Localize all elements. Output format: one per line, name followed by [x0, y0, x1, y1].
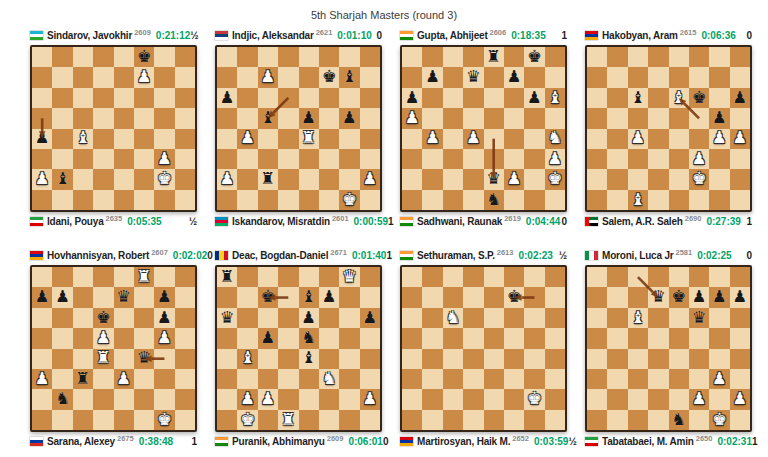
board-square [443, 169, 463, 189]
player-clock: 0:01:40 [352, 250, 386, 261]
chess-board[interactable]: ♚♟♟♝♟♟♝♚ [30, 45, 197, 212]
board-square [217, 349, 237, 369]
board-square: ♜ [73, 369, 93, 389]
bottom-player-row: Martirosyan, Haik M. 2652 0:03:59 ½ [400, 432, 568, 451]
board-square [114, 108, 134, 128]
board-square [175, 169, 195, 189]
board-square [32, 190, 52, 210]
board-square [524, 149, 544, 169]
board-square: ♟ [154, 149, 174, 169]
page-title: 5th Sharjah Masters (round 3) [0, 0, 768, 26]
board-square: ♟ [504, 169, 524, 189]
board-squares: ♝♝♚♟♟♟♟♟♟♚♝ [587, 47, 750, 210]
board-square [443, 88, 463, 108]
board-square [73, 190, 93, 210]
board-squares: ♜♚♟♛♟♟♟♝♟♟♟♞♟♛♟♚♞ [402, 47, 565, 210]
board-square [587, 149, 607, 169]
game-card[interactable]: Deac, Bogdan-Daniel 2671 0:01:40 1 ♜♛♚♝♟… [215, 246, 383, 451]
country-flag [30, 251, 43, 260]
flag-stripe [585, 443, 598, 446]
black-piece: ♚ [261, 289, 276, 306]
board-square [669, 349, 689, 369]
player-clock: 0:06:36 [701, 30, 735, 41]
board-square [587, 190, 607, 210]
board-square [504, 349, 524, 369]
board-square [402, 328, 422, 348]
black-piece: ♟ [342, 110, 357, 127]
black-piece: ♞ [301, 330, 316, 347]
board-square [32, 328, 52, 348]
white-piece: ♚ [157, 412, 172, 429]
board-square [607, 108, 627, 128]
board-square [93, 88, 113, 108]
player-name: Hakobyan, Aram [602, 30, 678, 41]
board-square [114, 129, 134, 149]
board-square [175, 410, 195, 430]
chess-board[interactable]: ♜♟♟♛♟♚♟♟♟♜♛♟♜♟♞♚ [30, 265, 197, 432]
board-square: ♞ [484, 190, 504, 210]
board-square [319, 389, 339, 409]
board-square [524, 308, 544, 328]
board-square [73, 410, 93, 430]
board-square [237, 47, 257, 67]
board-square [258, 308, 278, 328]
board-square: ♟ [52, 287, 72, 307]
board-square: ♜ [217, 267, 237, 287]
board-square [689, 267, 709, 287]
board-square: ♟ [258, 389, 278, 409]
white-piece: ♜ [96, 350, 111, 367]
board-square [504, 410, 524, 430]
player-rating: 2635 [106, 214, 123, 223]
board-square [360, 328, 380, 348]
board-square [607, 67, 627, 87]
player-name: Hovhannisyan, Robert [47, 250, 149, 261]
board-square [402, 149, 422, 169]
board-square [422, 108, 442, 128]
board-square [52, 149, 72, 169]
board-square [524, 67, 544, 87]
player-score: 1 [561, 30, 568, 41]
board-square: ♜ [258, 169, 278, 189]
board-square: ♞ [545, 129, 565, 149]
board-square [134, 389, 154, 409]
chess-board[interactable]: ♚♞♚ [400, 265, 567, 432]
top-player-row: Hovhannisyan, Robert 2607 0:02:02 0 [30, 246, 198, 265]
board-square [484, 308, 504, 328]
board-square [504, 369, 524, 389]
board-square [217, 129, 237, 149]
white-piece: ♟ [466, 130, 481, 147]
board-square [422, 149, 442, 169]
board-square [32, 88, 52, 108]
board-square [484, 410, 504, 430]
board-square [134, 108, 154, 128]
board-square [402, 349, 422, 369]
country-flag [585, 437, 598, 446]
board-square: ♚ [545, 169, 565, 189]
board-square [319, 328, 339, 348]
board-square: ♟ [709, 287, 729, 307]
board-square: ♟ [339, 108, 359, 128]
board-square: ♚ [689, 169, 709, 189]
board-square [607, 129, 627, 149]
player-clock: 0:03:59 [534, 436, 568, 447]
board-square: ♝ [237, 349, 257, 369]
player-clock: 0:05:35 [127, 216, 161, 227]
player-clock: 0:02:02 [173, 250, 207, 261]
board-square [237, 190, 257, 210]
board-square [648, 328, 668, 348]
top-player-row: Moroni, Luca Jr 2581 0:02:25 0 [585, 246, 753, 265]
white-piece: ♝ [631, 192, 646, 209]
board-square [299, 149, 319, 169]
board-square [669, 389, 689, 409]
board-square [443, 389, 463, 409]
white-piece: ♞ [322, 371, 337, 388]
country-flag [215, 31, 228, 40]
game-card[interactable]: Hakobyan, Aram 2615 0:06:36 0 ♝♝♚♟♟♟♟♟♟♚… [585, 26, 753, 231]
black-piece: ♚ [137, 49, 152, 66]
player-name: Puranik, Abhimanyu [232, 436, 325, 447]
board-square [730, 267, 750, 287]
board-square [52, 369, 72, 389]
board-square [93, 369, 113, 389]
board-square [93, 169, 113, 189]
board-square: ♛ [339, 267, 359, 287]
board-square [217, 369, 237, 389]
board-square [484, 108, 504, 128]
player-name: Indjic, Aleksandar [232, 30, 314, 41]
board-square [463, 47, 483, 67]
board-square [587, 287, 607, 307]
board-square [587, 410, 607, 430]
player-clock: 0:38:48 [139, 436, 173, 447]
country-flag [30, 437, 43, 446]
board-square [175, 67, 195, 87]
board-square: ♝ [73, 129, 93, 149]
board-square [689, 410, 709, 430]
white-piece: ♟ [116, 371, 131, 388]
player-score: ½ [559, 250, 568, 261]
board-square [339, 410, 359, 430]
board-square [709, 67, 729, 87]
board-square: ♟ [463, 129, 483, 149]
board-square: ♞ [669, 410, 689, 430]
board-square [607, 169, 627, 189]
board-square: ♚ [689, 88, 709, 108]
board-square: ♟ [360, 169, 380, 189]
board-square [463, 349, 483, 369]
board-square [607, 369, 627, 389]
board-square: ♟ [32, 369, 52, 389]
board-square [689, 108, 709, 128]
board-square [504, 328, 524, 348]
board-square [422, 308, 442, 328]
board-square: ♟ [524, 88, 544, 108]
board-square [360, 190, 380, 210]
board-squares: ♛♚♟♟♟♝♛♟♟♟♞♚ [587, 267, 750, 430]
board-square [73, 88, 93, 108]
board-square [319, 349, 339, 369]
board-square: ♟ [730, 389, 750, 409]
board-square [524, 267, 544, 287]
board-square [319, 169, 339, 189]
board-square [730, 169, 750, 189]
player-rating: 2690 [685, 214, 702, 223]
black-piece: ♟ [261, 330, 276, 347]
board-square [154, 190, 174, 210]
board-square [484, 349, 504, 369]
board-square [669, 369, 689, 389]
board-square: ♟ [504, 67, 524, 87]
board-square [669, 308, 689, 328]
white-piece: ♟ [692, 151, 707, 168]
board-square [484, 88, 504, 108]
flag-stripe [30, 257, 43, 260]
board-square [422, 190, 442, 210]
board-square [648, 169, 668, 189]
country-flag [400, 31, 413, 40]
game-card[interactable]: Sindarov, Javokhir 2609 0:21:12 ½ ♚♟♟♝♟♟… [30, 26, 198, 231]
top-player-row: Gupta, Abhijeet 2606 0:18:35 1 [400, 26, 568, 45]
board-square [504, 108, 524, 128]
board-square [299, 190, 319, 210]
board-square [32, 308, 52, 328]
black-piece: ♛ [651, 289, 666, 306]
board-square [504, 47, 524, 67]
board-square [402, 267, 422, 287]
white-piece: ♟ [631, 130, 646, 147]
board-square [258, 149, 278, 169]
white-piece: ♟ [35, 171, 50, 188]
board-square [93, 67, 113, 87]
board-square: ♛ [689, 308, 709, 328]
board-square [114, 190, 134, 210]
board-square [32, 410, 52, 430]
board-square [278, 267, 298, 287]
black-piece: ♝ [261, 110, 276, 127]
board-square [134, 410, 154, 430]
board-square [32, 67, 52, 87]
board-square [443, 129, 463, 149]
board-square [114, 169, 134, 189]
board-square [422, 88, 442, 108]
white-piece: ♟ [261, 391, 276, 408]
black-piece: ♜ [486, 49, 501, 66]
board-square [339, 308, 359, 328]
board-square [154, 267, 174, 287]
white-piece: ♟ [137, 69, 152, 86]
board-square [709, 267, 729, 287]
board-square [709, 149, 729, 169]
chess-board[interactable]: ♛♚♟♟♟♝♛♟♟♟♞♚ [585, 265, 752, 432]
board-square [278, 308, 298, 328]
board-square [504, 267, 524, 287]
board-square: ♟ [709, 369, 729, 389]
player-score: 1 [388, 216, 395, 227]
boards-grid: Sindarov, Javokhir 2609 0:21:12 ½ ♚♟♟♝♟♟… [30, 26, 753, 451]
board-square: ♞ [443, 308, 463, 328]
board-square: ♟ [237, 389, 257, 409]
player-rating: 2609 [327, 434, 344, 443]
board-square [134, 308, 154, 328]
board-square [463, 369, 483, 389]
player-name: Idani, Pouya [47, 216, 104, 227]
board-square [402, 410, 422, 430]
player-rating: 2675 [117, 434, 134, 443]
board-square [299, 169, 319, 189]
board-square: ♚ [154, 169, 174, 189]
game-card[interactable]: Hovhannisyan, Robert 2607 0:02:02 0 ♜♟♟♛… [30, 246, 198, 451]
board-square [443, 287, 463, 307]
board-square [52, 67, 72, 87]
player-score: ½ [190, 30, 199, 41]
board-squares: ♚♞♚ [402, 267, 565, 430]
board-square [237, 108, 257, 128]
player-rating: 2601 [332, 214, 349, 223]
board-square [504, 308, 524, 328]
board-square [730, 108, 750, 128]
white-piece: ♞ [547, 130, 562, 147]
board-square [237, 67, 257, 87]
board-square [709, 47, 729, 67]
player-rating: 2652 [512, 434, 529, 443]
board-square [463, 410, 483, 430]
board-square [648, 410, 668, 430]
player-score: 0 [561, 216, 568, 227]
chess-board[interactable]: ♝♝♚♟♟♟♟♟♟♚♝ [585, 45, 752, 212]
board-square [134, 129, 154, 149]
board-square [545, 267, 565, 287]
white-piece: ♚ [712, 412, 727, 429]
board-square [730, 410, 750, 430]
board-square [134, 328, 154, 348]
board-square: ♟ [689, 149, 709, 169]
player-rating: 2606 [490, 28, 507, 37]
board-square [648, 369, 668, 389]
game-card[interactable]: Moroni, Luca Jr 2581 0:02:25 0 ♛♚♟♟♟♝♛♟♟… [585, 246, 753, 451]
game-card[interactable]: Gupta, Abhijeet 2606 0:18:35 1 ♜♚♟♛♟♟♟♝♟… [400, 26, 568, 231]
player-rating: 2621 [316, 28, 333, 37]
game-card[interactable]: Indjic, Aleksandar 2621 0:01:10 0 ♟♚♝♟♝♟… [215, 26, 383, 231]
player-score: 0 [746, 250, 753, 261]
board-square [504, 129, 524, 149]
board-square [730, 328, 750, 348]
black-piece: ♟ [732, 289, 747, 306]
flag-stripe [224, 251, 228, 260]
board-square [484, 389, 504, 409]
black-piece: ♟ [35, 289, 50, 306]
board-square [339, 369, 359, 389]
board-square [154, 108, 174, 128]
board-square [360, 410, 380, 430]
top-player-row: Deac, Bogdan-Daniel 2671 0:01:40 1 [215, 246, 383, 265]
board-square [443, 410, 463, 430]
board-square: ♟ [217, 88, 237, 108]
board-square [360, 67, 380, 87]
player-score: 1 [752, 436, 759, 447]
board-square [93, 108, 113, 128]
player-name: Martirosyan, Haik M. [417, 436, 510, 447]
board-square: ♛ [134, 349, 154, 369]
board-square [258, 267, 278, 287]
board-square [237, 369, 257, 389]
player-score: 1 [191, 436, 198, 447]
white-piece: ♜ [301, 130, 316, 147]
white-piece: ♟ [261, 69, 276, 86]
board-square [545, 410, 565, 430]
board-square [258, 410, 278, 430]
board-square: ♞ [319, 369, 339, 389]
board-square [545, 369, 565, 389]
board-square [648, 308, 668, 328]
board-square: ♟ [730, 88, 750, 108]
board-square: ♝ [299, 287, 319, 307]
flag-stripe [400, 223, 413, 226]
board-square [319, 308, 339, 328]
board-square [114, 308, 134, 328]
board-square [689, 190, 709, 210]
board-square [669, 190, 689, 210]
board-square [278, 389, 298, 409]
board-square [319, 129, 339, 149]
board-square [258, 129, 278, 149]
board-square: ♝ [669, 88, 689, 108]
chess-board[interactable]: ♜♚♟♛♟♟♟♝♟♟♟♞♟♛♟♚♞ [400, 45, 567, 212]
board-square [217, 47, 237, 67]
board-square [443, 349, 463, 369]
white-piece: ♝ [631, 310, 646, 327]
player-rating: 2581 [675, 248, 692, 257]
board-square [73, 67, 93, 87]
board-square [422, 287, 442, 307]
board-square [443, 149, 463, 169]
board-square [689, 328, 709, 348]
board-square [628, 349, 648, 369]
flag-stripe [594, 251, 598, 260]
board-square [114, 47, 134, 67]
board-square [154, 47, 174, 67]
board-square [319, 149, 339, 169]
flag-stripe [30, 37, 43, 40]
board-square [52, 349, 72, 369]
board-square [299, 369, 319, 389]
board-square [689, 369, 709, 389]
black-piece: ♞ [671, 412, 686, 429]
black-piece: ♚ [692, 90, 707, 107]
board-square [607, 190, 627, 210]
board-square [134, 88, 154, 108]
board-square [463, 287, 483, 307]
board-square [73, 389, 93, 409]
white-piece: ♝ [240, 350, 255, 367]
black-piece: ♛ [220, 310, 235, 327]
chess-board[interactable]: ♜♛♚♝♟♛♟♟♟♞♝♝♞♟♟♟♚♜ [215, 265, 382, 432]
chess-board[interactable]: ♟♚♝♟♝♟♟♟♜♟♜♟♚ [215, 45, 382, 212]
board-square [628, 410, 648, 430]
board-square [709, 349, 729, 369]
board-square [154, 369, 174, 389]
board-square [709, 308, 729, 328]
board-square [360, 47, 380, 67]
board-square [217, 410, 237, 430]
black-piece: ♟ [425, 69, 440, 86]
board-square [154, 88, 174, 108]
game-card[interactable]: Sethuraman, S.P. 2613 0:02:23 ½ ♚♞♚ Mart… [400, 246, 568, 451]
white-piece: ♝ [547, 90, 562, 107]
black-piece: ♝ [301, 289, 316, 306]
